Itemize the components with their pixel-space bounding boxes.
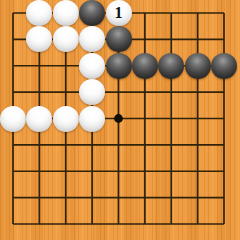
stone-white	[26, 106, 52, 132]
stones-layer: 1	[0, 0, 240, 240]
stone-white	[0, 106, 26, 132]
stone-white	[79, 106, 105, 132]
stone-black	[185, 53, 211, 79]
stone-white	[53, 0, 79, 26]
stone-black	[106, 53, 132, 79]
stone-black	[132, 53, 158, 79]
move-1-stone: 1	[106, 0, 132, 26]
stone-white	[53, 106, 79, 132]
stone-white	[53, 26, 79, 52]
stone-black	[106, 26, 132, 52]
stone-black	[158, 53, 184, 79]
stone-white	[79, 26, 105, 52]
stone-black	[79, 0, 105, 26]
stone-black	[211, 53, 237, 79]
stone-white	[79, 53, 105, 79]
go-board[interactable]: 1	[0, 0, 240, 240]
stone-white	[26, 0, 52, 26]
stone-white	[26, 26, 52, 52]
stone-white	[79, 79, 105, 105]
